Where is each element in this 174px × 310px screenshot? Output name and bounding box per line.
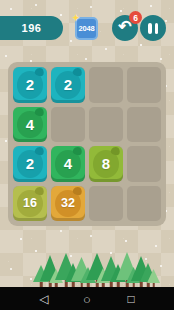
snow-dot [105, 48, 107, 50]
cell-r3c3 [127, 186, 161, 222]
tile-value: 8 [89, 146, 123, 182]
pause-icon [148, 23, 158, 34]
cell-r2c3 [127, 146, 161, 182]
cell-r3c2 [89, 186, 123, 222]
snow-dot [35, 4, 37, 6]
cell-r1c3 [127, 107, 161, 143]
snow-dot [160, 265, 162, 267]
cell-r0c0: 2 [13, 67, 47, 103]
score-value: 196 [22, 22, 42, 34]
pause-button[interactable] [140, 15, 166, 41]
star-icon: ✦ [72, 13, 79, 23]
tile-value: 2 [13, 146, 47, 182]
cell-r0c1: 2 [51, 67, 85, 103]
cell-r1c2 [89, 107, 123, 143]
snow-dot [140, 44, 142, 46]
snow-dot [110, 252, 112, 254]
nav-home-button[interactable]: ○ [83, 292, 91, 305]
snow-dot [85, 58, 87, 60]
snow-dot [160, 58, 162, 60]
tile-32: 32 [51, 186, 85, 222]
android-navbar: ◁ ○ □ [0, 287, 174, 310]
cell-r0c3 [127, 67, 161, 103]
nav-recents-button[interactable]: □ [127, 293, 134, 305]
snow-dot [60, 230, 62, 232]
cell-r2c0: 2 [13, 146, 47, 182]
snow-dot [60, 14, 62, 16]
cell-r2c1: 4 [51, 146, 85, 182]
snow-dot [10, 8, 12, 10]
cell-r1c1 [51, 107, 85, 143]
snow-dot [30, 278, 32, 280]
snow-dot [20, 238, 22, 240]
tile-value: 2 [13, 67, 47, 103]
snow-dot [70, 40, 72, 42]
cell-r3c0: 16 [13, 186, 47, 222]
snow-dot [35, 250, 37, 252]
snow-dot [5, 140, 7, 142]
snow-dot [120, 10, 122, 12]
tile-2: 2 [13, 67, 47, 103]
cell-r3c1: 32 [51, 186, 85, 222]
snow-dot [90, 235, 92, 237]
cell-r2c2: 8 [89, 146, 123, 182]
snow-dot [5, 55, 7, 57]
tile-2: 2 [13, 146, 47, 182]
game-board[interactable]: 2242481632 [8, 62, 166, 226]
snow-dot [165, 20, 167, 22]
tree-icon [147, 269, 160, 287]
snow-dot [155, 245, 157, 247]
cell-r1c0: 4 [13, 107, 47, 143]
cell-r0c2 [89, 67, 123, 103]
goal-value: 2048 [79, 24, 95, 33]
snow-dot [150, 5, 152, 7]
goal-badge: ✦ 2048 [75, 17, 98, 40]
tile-value: 4 [13, 107, 47, 143]
tile-4: 4 [13, 107, 47, 143]
tile-value: 32 [51, 186, 85, 222]
tile-value: 4 [51, 146, 85, 182]
snow-dot [10, 268, 12, 270]
tile-16: 16 [13, 186, 47, 222]
score-display: 196 [0, 16, 63, 40]
undo-button[interactable]: ↶ 6 [112, 15, 138, 41]
game-screen: 196 ✦ 2048 ↶ 6 2242481632 ◁ ○ □ [0, 0, 174, 310]
tile-4: 4 [51, 146, 85, 182]
tile-8: 8 [89, 146, 123, 182]
snow-dot [90, 6, 92, 8]
nav-back-button[interactable]: ◁ [39, 293, 48, 305]
tile-2: 2 [51, 67, 85, 103]
snow-dot [125, 240, 127, 242]
tile-value: 16 [13, 186, 47, 222]
tile-value: 2 [51, 67, 85, 103]
